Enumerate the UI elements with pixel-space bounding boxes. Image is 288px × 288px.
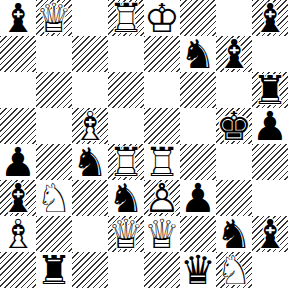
piece-solid: ♜: [36, 252, 72, 288]
piece-solid: ♜: [252, 72, 288, 108]
square-a3[interactable]: ♝: [0, 180, 36, 216]
square-e6[interactable]: [144, 72, 180, 108]
piece-outline: ♖: [144, 144, 180, 180]
square-d7[interactable]: [108, 36, 144, 72]
white-bishop-icon[interactable]: ♝♗: [0, 216, 36, 252]
black-pawn-icon[interactable]: ♟: [180, 180, 216, 216]
piece-outline: ♖: [108, 144, 144, 180]
square-g8[interactable]: [216, 0, 252, 36]
piece-solid: ♞: [72, 144, 108, 180]
square-e4[interactable]: ♜♖: [144, 144, 180, 180]
white-queen-icon[interactable]: ♛♕: [108, 216, 144, 252]
black-king-icon[interactable]: ♚: [216, 108, 252, 144]
square-e1[interactable]: [144, 252, 180, 288]
square-b8[interactable]: ♛♕: [36, 0, 72, 36]
square-d6[interactable]: [108, 72, 144, 108]
black-knight-icon[interactable]: ♞: [216, 216, 252, 252]
piece-solid: ♚: [216, 108, 252, 144]
black-bishop-icon[interactable]: ♝: [0, 180, 36, 216]
square-f5[interactable]: [180, 108, 216, 144]
piece-outline: ♗: [0, 216, 36, 252]
white-rook-icon[interactable]: ♜♖: [108, 0, 144, 36]
piece-solid: ♝: [216, 36, 252, 72]
square-d8[interactable]: ♜♖: [108, 0, 144, 36]
square-b3[interactable]: ♞♘: [36, 180, 72, 216]
square-g5[interactable]: ♚: [216, 108, 252, 144]
square-f1[interactable]: ♛: [180, 252, 216, 288]
square-h3[interactable]: [252, 180, 288, 216]
square-c1[interactable]: [72, 252, 108, 288]
square-f8[interactable]: [180, 0, 216, 36]
piece-outline: ♔: [144, 0, 180, 36]
square-h5[interactable]: ♟: [252, 108, 288, 144]
piece-outline: ♗: [72, 108, 108, 144]
square-d4[interactable]: ♜♖: [108, 144, 144, 180]
square-e8[interactable]: ♚♔: [144, 0, 180, 36]
piece-outline: ♙: [144, 180, 180, 216]
black-rook-icon[interactable]: ♜: [252, 72, 288, 108]
piece-outline: ♕: [144, 216, 180, 252]
piece-solid: ♟: [180, 180, 216, 216]
square-a8[interactable]: ♝: [0, 0, 36, 36]
piece-outline: ♕: [108, 216, 144, 252]
square-g1[interactable]: ♞♘: [216, 252, 252, 288]
square-b1[interactable]: ♜: [36, 252, 72, 288]
piece-solid: ♟: [0, 144, 36, 180]
white-knight-icon[interactable]: ♞♘: [36, 180, 72, 216]
square-f7[interactable]: ♞: [180, 36, 216, 72]
piece-solid: ♝: [252, 216, 288, 252]
square-d3[interactable]: ♞: [108, 180, 144, 216]
square-a2[interactable]: ♝♗: [0, 216, 36, 252]
white-rook-icon[interactable]: ♜♖: [108, 144, 144, 180]
square-h8[interactable]: ♝: [252, 0, 288, 36]
square-h4[interactable]: [252, 144, 288, 180]
piece-solid: ♝: [252, 0, 288, 36]
square-b7[interactable]: [36, 36, 72, 72]
black-knight-icon[interactable]: ♞: [180, 36, 216, 72]
black-bishop-icon[interactable]: ♝: [0, 0, 36, 36]
square-g2[interactable]: ♞: [216, 216, 252, 252]
piece-solid: ♟: [252, 108, 288, 144]
square-a6[interactable]: [0, 72, 36, 108]
piece-solid: ♝: [0, 180, 36, 216]
square-b5[interactable]: [36, 108, 72, 144]
white-rook-icon[interactable]: ♜♖: [144, 144, 180, 180]
piece-outline: ♘: [216, 252, 252, 288]
square-g7[interactable]: ♝: [216, 36, 252, 72]
square-a1[interactable]: [0, 252, 36, 288]
black-pawn-icon[interactable]: ♟: [0, 144, 36, 180]
square-c3[interactable]: [72, 180, 108, 216]
square-a4[interactable]: ♟: [0, 144, 36, 180]
piece-outline: ♘: [36, 180, 72, 216]
square-c4[interactable]: ♞: [72, 144, 108, 180]
black-knight-icon[interactable]: ♞: [108, 180, 144, 216]
square-d2[interactable]: ♛♕: [108, 216, 144, 252]
square-f6[interactable]: [180, 72, 216, 108]
piece-solid: ♞: [216, 216, 252, 252]
black-knight-icon[interactable]: ♞: [72, 144, 108, 180]
square-e3[interactable]: ♟♙: [144, 180, 180, 216]
square-f3[interactable]: ♟: [180, 180, 216, 216]
square-h6[interactable]: ♜: [252, 72, 288, 108]
square-f4[interactable]: [180, 144, 216, 180]
white-pawn-icon[interactable]: ♟♙: [144, 180, 180, 216]
square-a5[interactable]: [0, 108, 36, 144]
square-b6[interactable]: [36, 72, 72, 108]
square-c6[interactable]: [72, 72, 108, 108]
square-b4[interactable]: [36, 144, 72, 180]
square-h2[interactable]: ♝: [252, 216, 288, 252]
square-c8[interactable]: [72, 0, 108, 36]
piece-solid: ♞: [108, 180, 144, 216]
black-bishop-icon[interactable]: ♝: [252, 0, 288, 36]
square-c7[interactable]: [72, 36, 108, 72]
white-bishop-icon[interactable]: ♝♗: [72, 108, 108, 144]
square-e7[interactable]: [144, 36, 180, 72]
square-g3[interactable]: [216, 180, 252, 216]
piece-solid: ♛: [180, 252, 216, 288]
square-d1[interactable]: [108, 252, 144, 288]
square-b2[interactable]: [36, 216, 72, 252]
piece-outline: ♖: [108, 0, 144, 36]
black-bishop-icon[interactable]: ♝: [216, 36, 252, 72]
square-g6[interactable]: [216, 72, 252, 108]
piece-outline: ♕: [36, 0, 72, 36]
piece-solid: ♞: [180, 36, 216, 72]
square-c2[interactable]: [72, 216, 108, 252]
black-bishop-icon[interactable]: ♝: [252, 216, 288, 252]
black-queen-icon[interactable]: ♛: [180, 252, 216, 288]
square-a7[interactable]: [0, 36, 36, 72]
square-h7[interactable]: [252, 36, 288, 72]
chess-board: ♝♛♕♜♖♚♔♝♞♝♜♝♗♚♟♟♞♜♖♜♖♝♞♘♞♟♙♟♝♗♛♕♛♕♞♝♜♛♞♘: [0, 0, 288, 288]
square-h1[interactable]: [252, 252, 288, 288]
square-e2[interactable]: ♛♕: [144, 216, 180, 252]
square-c5[interactable]: ♝♗: [72, 108, 108, 144]
piece-solid: ♝: [0, 0, 36, 36]
black-rook-icon[interactable]: ♜: [36, 252, 72, 288]
white-king-icon[interactable]: ♚♔: [144, 0, 180, 36]
white-knight-icon[interactable]: ♞♘: [216, 252, 252, 288]
square-e5[interactable]: [144, 108, 180, 144]
square-f2[interactable]: [180, 216, 216, 252]
black-pawn-icon[interactable]: ♟: [252, 108, 288, 144]
square-g4[interactable]: [216, 144, 252, 180]
white-queen-icon[interactable]: ♛♕: [36, 0, 72, 36]
square-d5[interactable]: [108, 108, 144, 144]
white-queen-icon[interactable]: ♛♕: [144, 216, 180, 252]
